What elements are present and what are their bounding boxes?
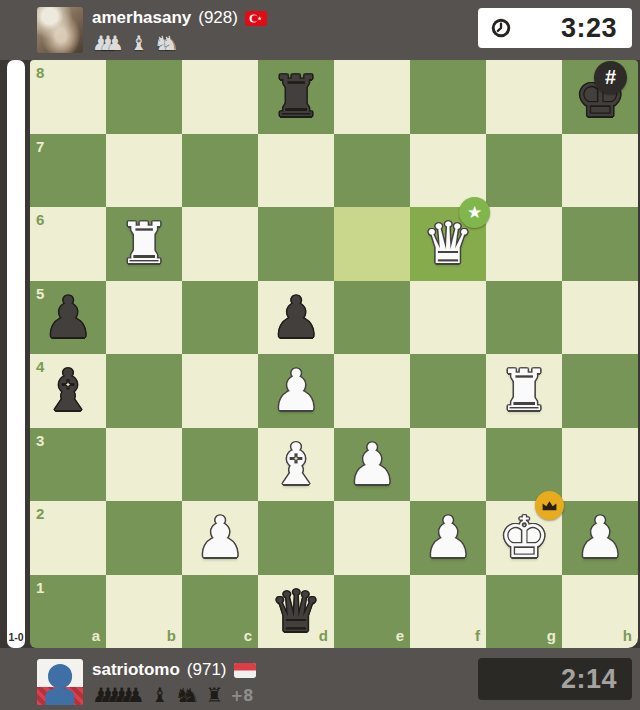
square-h7[interactable] bbox=[562, 134, 638, 208]
square-b4[interactable] bbox=[106, 354, 182, 428]
black-rook-d8[interactable]: ♜ bbox=[258, 60, 334, 134]
white-pawn-c2[interactable]: ♟ bbox=[182, 501, 258, 575]
square-a6[interactable]: 6 bbox=[30, 207, 106, 281]
square-g3[interactable] bbox=[486, 428, 562, 502]
white-pawn-d4[interactable]: ♟ bbox=[258, 354, 334, 428]
square-h4[interactable] bbox=[562, 354, 638, 428]
black-pawn-d5[interactable]: ♟ bbox=[258, 281, 334, 355]
square-g7[interactable] bbox=[486, 134, 562, 208]
turkey-flag-icon bbox=[245, 11, 267, 26]
square-d7[interactable] bbox=[258, 134, 334, 208]
square-e6[interactable] bbox=[334, 207, 410, 281]
white-rook-g4[interactable]: ♜ bbox=[486, 354, 562, 428]
square-a1[interactable]: 1a bbox=[30, 575, 106, 649]
square-c3[interactable] bbox=[182, 428, 258, 502]
rank-label-3: 3 bbox=[36, 433, 44, 448]
rank-label-1: 1 bbox=[36, 580, 44, 595]
square-c8[interactable] bbox=[182, 60, 258, 134]
top-player-info: amerhasany (928) ♟♟♟♝♞♞ bbox=[92, 8, 267, 53]
white-pawn-e3[interactable]: ♟ bbox=[334, 428, 410, 502]
top-player-clock: 3:23 bbox=[478, 8, 632, 48]
black-bishop-a4[interactable]: ♝ bbox=[30, 354, 106, 428]
square-a4[interactable]: 4♝ bbox=[30, 354, 106, 428]
square-e7[interactable] bbox=[334, 134, 410, 208]
square-a8[interactable]: 8 bbox=[30, 60, 106, 134]
rank-label-6: 6 bbox=[36, 212, 44, 227]
captured-bishop-icon: ♝ bbox=[130, 33, 148, 53]
bottom-player-info: satriotomo (971) ♟♟♟♟♟♟♝♞♞♜+8 bbox=[92, 660, 256, 705]
winner-crown-badge bbox=[535, 491, 564, 520]
file-label-c: c bbox=[244, 628, 252, 643]
captured-pawn-icon: ♟ bbox=[127, 685, 145, 705]
white-pawn-f2[interactable]: ♟ bbox=[410, 501, 486, 575]
crown-icon bbox=[541, 499, 558, 512]
captured-knight-icon: ♞ bbox=[182, 685, 200, 705]
square-c5[interactable] bbox=[182, 281, 258, 355]
square-e2[interactable] bbox=[334, 501, 410, 575]
bottom-captured-pieces-tray: ♟♟♟♟♟♟♝♞♞♜+8 bbox=[92, 683, 256, 705]
file-label-a: a bbox=[92, 628, 100, 643]
white-bishop-d3[interactable]: ♝ bbox=[258, 428, 334, 502]
captured-rook-icon: ♜ bbox=[205, 685, 223, 705]
square-d8[interactable]: ♜ bbox=[258, 60, 334, 134]
top-clock-time: 3:23 bbox=[512, 13, 632, 44]
square-a3[interactable]: 3 bbox=[30, 428, 106, 502]
square-b2[interactable] bbox=[106, 501, 182, 575]
bottom-player-clock: 2:14 bbox=[478, 658, 632, 700]
square-h6[interactable] bbox=[562, 207, 638, 281]
square-c4[interactable] bbox=[182, 354, 258, 428]
square-b6[interactable]: ♜ bbox=[106, 207, 182, 281]
clock-icon bbox=[490, 17, 512, 39]
eval-bar-result-label: 1-0 bbox=[7, 631, 25, 643]
square-f8[interactable] bbox=[410, 60, 486, 134]
square-e8[interactable] bbox=[334, 60, 410, 134]
square-c6[interactable] bbox=[182, 207, 258, 281]
bottom-player-name[interactable]: satriotomo bbox=[92, 660, 180, 680]
bottom-clock-time: 2:14 bbox=[478, 664, 632, 695]
square-g8[interactable] bbox=[486, 60, 562, 134]
square-h2[interactable]: ♟ bbox=[562, 501, 638, 575]
square-h3[interactable] bbox=[562, 428, 638, 502]
rank-label-7: 7 bbox=[36, 139, 44, 154]
square-a7[interactable]: 7 bbox=[30, 134, 106, 208]
black-queen-d1[interactable]: ♛ bbox=[258, 575, 334, 649]
avatar-head bbox=[48, 664, 72, 688]
square-d4[interactable]: ♟ bbox=[258, 354, 334, 428]
square-g6[interactable] bbox=[486, 207, 562, 281]
square-e3[interactable]: ♟ bbox=[334, 428, 410, 502]
checkmate-badge: # bbox=[594, 61, 627, 94]
square-e5[interactable] bbox=[334, 281, 410, 355]
square-b5[interactable] bbox=[106, 281, 182, 355]
square-d2[interactable] bbox=[258, 501, 334, 575]
square-f2[interactable]: ♟ bbox=[410, 501, 486, 575]
square-e4[interactable] bbox=[334, 354, 410, 428]
square-b3[interactable] bbox=[106, 428, 182, 502]
square-f7[interactable] bbox=[410, 134, 486, 208]
square-b8[interactable] bbox=[106, 60, 182, 134]
rank-label-2: 2 bbox=[36, 506, 44, 521]
best-move-badge: ★ bbox=[459, 197, 490, 228]
square-c7[interactable] bbox=[182, 134, 258, 208]
top-captured-pieces-tray: ♟♟♟♝♞♞ bbox=[92, 31, 267, 53]
square-f4[interactable] bbox=[410, 354, 486, 428]
square-b7[interactable] bbox=[106, 134, 182, 208]
square-a2[interactable]: 2 bbox=[30, 501, 106, 575]
square-f1[interactable]: f bbox=[410, 575, 486, 649]
file-label-f: f bbox=[475, 628, 480, 643]
black-pawn-a5[interactable]: ♟ bbox=[30, 281, 106, 355]
file-label-e: e bbox=[396, 628, 404, 643]
chess-board[interactable]: 8♜♚76♜♛5♟♟4♝♟♜3♝♟2♟♟♚♟1abcd♛efgh★# bbox=[30, 60, 638, 648]
square-c1[interactable]: c bbox=[182, 575, 258, 649]
square-g5[interactable] bbox=[486, 281, 562, 355]
top-player-avatar[interactable] bbox=[37, 7, 83, 53]
white-pawn-h2[interactable]: ♟ bbox=[562, 501, 638, 575]
material-advantage: +8 bbox=[230, 687, 253, 705]
file-label-b: b bbox=[167, 628, 176, 643]
file-label-h: h bbox=[623, 628, 632, 643]
square-f3[interactable] bbox=[410, 428, 486, 502]
square-f5[interactable] bbox=[410, 281, 486, 355]
captured-knight-icon: ♞ bbox=[161, 33, 179, 53]
square-e1[interactable]: e bbox=[334, 575, 410, 649]
captured-pawn-icon: ♟ bbox=[106, 33, 124, 53]
white-rook-b6[interactable]: ♜ bbox=[106, 207, 182, 281]
file-label-g: g bbox=[547, 628, 556, 643]
square-d1[interactable]: d♛ bbox=[258, 575, 334, 649]
square-d3[interactable]: ♝ bbox=[258, 428, 334, 502]
bottom-player-avatar[interactable] bbox=[37, 659, 83, 705]
top-player-rating: (928) bbox=[198, 8, 238, 28]
indonesia-flag-icon bbox=[234, 663, 256, 678]
top-player-name[interactable]: amerhasany bbox=[92, 8, 191, 28]
bottom-player-rating: (971) bbox=[187, 660, 227, 680]
square-c2[interactable]: ♟ bbox=[182, 501, 258, 575]
square-g4[interactable]: ♜ bbox=[486, 354, 562, 428]
square-g1[interactable]: g bbox=[486, 575, 562, 649]
board-zone: 1-0 8♜♚76♜♛5♟♟4♝♟♜3♝♟2♟♟♚♟1abcd♛efgh★# bbox=[0, 60, 640, 648]
avatar-torso bbox=[45, 688, 74, 705]
eval-bar: 1-0 bbox=[7, 60, 25, 648]
square-h5[interactable] bbox=[562, 281, 638, 355]
square-h1[interactable]: h bbox=[562, 575, 638, 649]
square-d5[interactable]: ♟ bbox=[258, 281, 334, 355]
rank-label-8: 8 bbox=[36, 65, 44, 80]
square-b1[interactable]: b bbox=[106, 575, 182, 649]
captured-bishop-icon: ♝ bbox=[151, 685, 169, 705]
square-a5[interactable]: 5♟ bbox=[30, 281, 106, 355]
square-d6[interactable] bbox=[258, 207, 334, 281]
chess-game-screen: amerhasany (928) ♟♟♟♝♞♞ 3:23 bbox=[0, 0, 640, 710]
